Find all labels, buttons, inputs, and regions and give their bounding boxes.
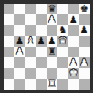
square-e5[interactable]: ♟	[47, 36, 58, 47]
square-a6[interactable]	[4, 25, 15, 36]
square-h2[interactable]	[79, 68, 90, 79]
square-b1[interactable]	[14, 79, 25, 90]
white-bishop: ♝	[26, 36, 35, 46]
square-c1[interactable]	[25, 79, 36, 90]
square-c6[interactable]	[25, 25, 36, 36]
white-queen: ♛	[58, 36, 67, 46]
square-f6[interactable]: ♞	[57, 25, 68, 36]
black-pawn: ♟	[47, 36, 56, 46]
square-g1[interactable]	[68, 79, 79, 90]
square-g5[interactable]	[68, 36, 79, 47]
square-e3[interactable]	[47, 57, 58, 68]
square-h6[interactable]: ♟	[79, 25, 90, 36]
square-g4[interactable]	[68, 47, 79, 58]
square-d2[interactable]	[36, 68, 47, 79]
square-b4[interactable]: ♟	[14, 47, 25, 58]
square-f2[interactable]	[57, 68, 68, 79]
square-g8[interactable]	[68, 4, 79, 15]
square-d4[interactable]	[36, 47, 47, 58]
square-b8[interactable]	[14, 4, 25, 15]
square-b2[interactable]	[14, 68, 25, 79]
square-b5[interactable]: ♟	[14, 36, 25, 47]
square-f4[interactable]	[57, 47, 68, 58]
square-a5[interactable]	[4, 36, 15, 47]
square-h8[interactable]: ♚	[79, 4, 90, 15]
black-pawn: ♟	[69, 14, 78, 24]
square-a2[interactable]	[4, 68, 15, 79]
square-g6[interactable]	[68, 25, 79, 36]
square-h4[interactable]	[79, 47, 90, 58]
black-queen: ♛	[47, 4, 56, 14]
square-h7[interactable]	[79, 14, 90, 25]
square-d7[interactable]	[36, 14, 47, 25]
square-f7[interactable]	[57, 14, 68, 25]
white-pawn: ♟	[80, 57, 89, 67]
square-f3[interactable]	[57, 57, 68, 68]
square-h5[interactable]	[79, 36, 90, 47]
square-a8[interactable]	[4, 4, 15, 15]
board-frame: ♛♚♟♟♞♟♟♝♟♟♛♟♜♟♟♚♜	[0, 0, 93, 93]
square-f5[interactable]: ♛	[57, 36, 68, 47]
square-c2[interactable]	[25, 68, 36, 79]
square-d8[interactable]	[36, 4, 47, 15]
square-a1[interactable]	[4, 79, 15, 90]
black-pawn: ♟	[15, 36, 24, 46]
white-pawn: ♟	[69, 57, 78, 67]
white-pawn: ♟	[15, 47, 24, 57]
square-d5[interactable]: ♟	[36, 36, 47, 47]
square-g2[interactable]: ♚	[68, 68, 79, 79]
chess-board: ♛♚♟♟♞♟♟♝♟♟♛♟♜♟♟♚♜	[4, 4, 90, 90]
square-c7[interactable]	[25, 14, 36, 25]
white-rook: ♜	[47, 79, 56, 89]
white-king: ♚	[69, 68, 78, 78]
square-c8[interactable]	[25, 4, 36, 15]
square-h1[interactable]	[79, 79, 90, 90]
square-e4[interactable]: ♜	[47, 47, 58, 58]
square-g7[interactable]: ♟	[68, 14, 79, 25]
square-c5[interactable]: ♝	[25, 36, 36, 47]
square-d1[interactable]	[36, 79, 47, 90]
white-pawn: ♟	[47, 14, 56, 24]
square-b3[interactable]	[14, 57, 25, 68]
square-h3[interactable]: ♟	[79, 57, 90, 68]
square-d6[interactable]	[36, 25, 47, 36]
square-b6[interactable]	[14, 25, 25, 36]
square-f8[interactable]	[57, 4, 68, 15]
black-pawn: ♟	[80, 25, 89, 35]
square-a7[interactable]	[4, 14, 15, 25]
square-a4[interactable]	[4, 47, 15, 58]
black-king: ♚	[80, 4, 89, 14]
black-pawn: ♟	[37, 36, 46, 46]
square-d3[interactable]	[36, 57, 47, 68]
square-c3[interactable]	[25, 57, 36, 68]
square-e1[interactable]: ♜	[47, 79, 58, 90]
square-a3[interactable]	[4, 57, 15, 68]
black-knight: ♞	[58, 25, 67, 35]
square-b7[interactable]	[14, 14, 25, 25]
black-rook: ♜	[47, 47, 56, 57]
square-e7[interactable]: ♟	[47, 14, 58, 25]
square-c4[interactable]	[25, 47, 36, 58]
square-f1[interactable]	[57, 79, 68, 90]
square-e6[interactable]	[47, 25, 58, 36]
square-e2[interactable]	[47, 68, 58, 79]
square-e8[interactable]: ♛	[47, 4, 58, 15]
square-g3[interactable]: ♟	[68, 57, 79, 68]
